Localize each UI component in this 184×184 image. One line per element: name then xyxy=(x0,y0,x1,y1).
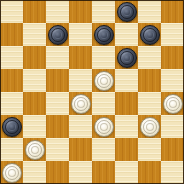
square-h6[interactable] xyxy=(161,46,184,69)
square-e1[interactable] xyxy=(92,161,115,184)
square-c8 xyxy=(46,0,69,23)
checker-piece-white[interactable] xyxy=(140,117,160,137)
square-a7[interactable] xyxy=(0,23,23,46)
square-b5 xyxy=(23,69,46,92)
square-d1 xyxy=(69,161,92,184)
square-g3[interactable] xyxy=(138,115,161,138)
square-e3[interactable] xyxy=(92,115,115,138)
square-c2 xyxy=(46,138,69,161)
square-e8 xyxy=(92,0,115,23)
square-b8[interactable] xyxy=(23,0,46,23)
square-a5[interactable] xyxy=(0,69,23,92)
square-a6 xyxy=(0,46,23,69)
checkers-board xyxy=(0,0,184,184)
square-d8[interactable] xyxy=(69,0,92,23)
checker-piece-black[interactable] xyxy=(48,25,68,45)
square-b4[interactable] xyxy=(23,92,46,115)
square-b1 xyxy=(23,161,46,184)
square-g7[interactable] xyxy=(138,23,161,46)
square-g6 xyxy=(138,46,161,69)
square-c5[interactable] xyxy=(46,69,69,92)
square-e6 xyxy=(92,46,115,69)
square-b7 xyxy=(23,23,46,46)
square-h3 xyxy=(161,115,184,138)
square-a3[interactable] xyxy=(0,115,23,138)
checker-piece-white[interactable] xyxy=(2,163,22,183)
square-c3[interactable] xyxy=(46,115,69,138)
checker-piece-white[interactable] xyxy=(94,117,114,137)
square-h5 xyxy=(161,69,184,92)
square-b2[interactable] xyxy=(23,138,46,161)
square-d3 xyxy=(69,115,92,138)
square-f7 xyxy=(115,23,138,46)
square-h2[interactable] xyxy=(161,138,184,161)
square-d2[interactable] xyxy=(69,138,92,161)
square-c4 xyxy=(46,92,69,115)
square-d5 xyxy=(69,69,92,92)
square-g8 xyxy=(138,0,161,23)
checker-piece-black[interactable] xyxy=(140,25,160,45)
square-d6[interactable] xyxy=(69,46,92,69)
square-d7 xyxy=(69,23,92,46)
square-e2 xyxy=(92,138,115,161)
square-a2 xyxy=(0,138,23,161)
square-f5 xyxy=(115,69,138,92)
square-a1[interactable] xyxy=(0,161,23,184)
square-h8[interactable] xyxy=(161,0,184,23)
square-h4[interactable] xyxy=(161,92,184,115)
square-f2[interactable] xyxy=(115,138,138,161)
square-f6[interactable] xyxy=(115,46,138,69)
square-h1 xyxy=(161,161,184,184)
square-d4[interactable] xyxy=(69,92,92,115)
checker-piece-black[interactable] xyxy=(117,48,137,68)
checker-piece-black[interactable] xyxy=(117,2,137,22)
square-h7 xyxy=(161,23,184,46)
square-b6[interactable] xyxy=(23,46,46,69)
square-c7[interactable] xyxy=(46,23,69,46)
square-g5[interactable] xyxy=(138,69,161,92)
square-c1[interactable] xyxy=(46,161,69,184)
square-c6 xyxy=(46,46,69,69)
square-e7[interactable] xyxy=(92,23,115,46)
square-f8[interactable] xyxy=(115,0,138,23)
square-a8 xyxy=(0,0,23,23)
square-g1[interactable] xyxy=(138,161,161,184)
checker-piece-white[interactable] xyxy=(25,140,45,160)
square-f4[interactable] xyxy=(115,92,138,115)
square-f1 xyxy=(115,161,138,184)
square-g2 xyxy=(138,138,161,161)
checker-piece-white[interactable] xyxy=(94,71,114,91)
checker-piece-black[interactable] xyxy=(94,25,114,45)
checker-piece-white[interactable] xyxy=(163,94,183,114)
checker-piece-white[interactable] xyxy=(71,94,91,114)
square-g4 xyxy=(138,92,161,115)
square-b3 xyxy=(23,115,46,138)
square-a4 xyxy=(0,92,23,115)
square-e4 xyxy=(92,92,115,115)
square-f3 xyxy=(115,115,138,138)
square-e5[interactable] xyxy=(92,69,115,92)
checker-piece-black[interactable] xyxy=(2,117,22,137)
board-grid xyxy=(0,0,184,184)
